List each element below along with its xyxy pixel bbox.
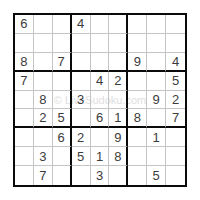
sudoku-cell-r6c6[interactable]: 1	[109, 109, 128, 128]
sudoku-cell-r5c6[interactable]	[109, 91, 128, 110]
sudoku-cell-r8c9[interactable]	[166, 147, 185, 166]
sudoku-cell-r4c9[interactable]: 5	[166, 72, 185, 91]
sudoku-cell-r8c8[interactable]	[147, 147, 166, 166]
sudoku-cell-r5c9[interactable]: 2	[166, 91, 185, 110]
sudoku-cell-r3c2[interactable]	[34, 53, 53, 72]
sudoku-cell-r1c2[interactable]	[34, 15, 53, 34]
sudoku-cell-r3c7[interactable]: 9	[128, 53, 147, 72]
sudoku-cell-r9c6[interactable]	[109, 166, 128, 185]
sudoku-cell-r6c9[interactable]: 7	[166, 109, 185, 128]
sudoku-cell-r1c5[interactable]	[91, 15, 110, 34]
sudoku-cell-r3c1[interactable]: 8	[15, 53, 34, 72]
sudoku-cell-r9c2[interactable]: 7	[34, 166, 53, 185]
sudoku-cell-r4c7[interactable]	[128, 72, 147, 91]
sudoku-cell-r2c6[interactable]	[109, 34, 128, 53]
sudoku-cell-r7c8[interactable]: 1	[147, 128, 166, 147]
sudoku-cell-r9c4[interactable]	[72, 166, 91, 185]
sudoku-cell-r5c5[interactable]	[91, 91, 110, 110]
sudoku-cell-r7c3[interactable]: 6	[53, 128, 72, 147]
sudoku-cell-r3c6[interactable]	[109, 53, 128, 72]
sudoku-cell-r9c1[interactable]	[15, 166, 34, 185]
sudoku-cell-r9c7[interactable]	[128, 166, 147, 185]
sudoku-cell-r6c5[interactable]: 6	[91, 109, 110, 128]
sudoku-cell-r8c4[interactable]: 5	[72, 147, 91, 166]
sudoku-cell-r3c9[interactable]: 4	[166, 53, 185, 72]
sudoku-cell-r6c3[interactable]: 5	[53, 109, 72, 128]
sudoku-cell-r8c5[interactable]: 1	[91, 147, 110, 166]
sudoku-cell-r2c7[interactable]	[128, 34, 147, 53]
sudoku-cell-r5c2[interactable]: 8	[34, 91, 53, 110]
sudoku-cell-r3c5[interactable]	[91, 53, 110, 72]
sudoku-cell-r2c5[interactable]	[91, 34, 110, 53]
sudoku-cell-r3c8[interactable]	[147, 53, 166, 72]
sudoku-cell-r5c3[interactable]	[53, 91, 72, 110]
sudoku-cell-r6c1[interactable]	[15, 109, 34, 128]
sudoku-cell-r9c5[interactable]: 3	[91, 166, 110, 185]
sudoku-cell-r2c9[interactable]	[166, 34, 185, 53]
sudoku-cell-r2c8[interactable]	[147, 34, 166, 53]
sudoku-cell-r1c3[interactable]	[53, 15, 72, 34]
sudoku-cell-r9c3[interactable]	[53, 166, 72, 185]
sudoku-cell-r4c2[interactable]	[34, 72, 53, 91]
sudoku-cell-r2c4[interactable]	[72, 34, 91, 53]
sudoku-cell-r8c6[interactable]: 8	[109, 147, 128, 166]
sudoku-cell-r9c9[interactable]	[166, 166, 185, 185]
sudoku-cell-r5c4[interactable]: 3	[72, 91, 91, 110]
sudoku-cell-r8c3[interactable]	[53, 147, 72, 166]
sudoku-cell-r8c2[interactable]: 3	[34, 147, 53, 166]
sudoku-page: © LiveSudoku.com 64879474258392256187629…	[0, 0, 200, 200]
sudoku-board: © LiveSudoku.com 64879474258392256187629…	[13, 13, 187, 187]
sudoku-cell-r6c7[interactable]: 8	[128, 109, 147, 128]
sudoku-cell-r7c2[interactable]	[34, 128, 53, 147]
sudoku-cell-r1c7[interactable]	[128, 15, 147, 34]
sudoku-cell-r4c8[interactable]	[147, 72, 166, 91]
sudoku-cell-r5c8[interactable]: 9	[147, 91, 166, 110]
sudoku-cell-r1c8[interactable]	[147, 15, 166, 34]
sudoku-cell-r3c3[interactable]: 7	[53, 53, 72, 72]
sudoku-cell-r1c1[interactable]: 6	[15, 15, 34, 34]
sudoku-cell-r1c6[interactable]	[109, 15, 128, 34]
sudoku-cell-r7c7[interactable]	[128, 128, 147, 147]
sudoku-cell-r1c9[interactable]	[166, 15, 185, 34]
sudoku-cell-r7c9[interactable]	[166, 128, 185, 147]
sudoku-cell-r7c1[interactable]	[15, 128, 34, 147]
sudoku-cell-r2c1[interactable]	[15, 34, 34, 53]
sudoku-cell-r3c4[interactable]	[72, 53, 91, 72]
sudoku-cell-r8c7[interactable]	[128, 147, 147, 166]
sudoku-cell-r4c3[interactable]	[53, 72, 72, 91]
sudoku-cell-r6c4[interactable]	[72, 109, 91, 128]
sudoku-cell-r9c8[interactable]: 5	[147, 166, 166, 185]
sudoku-cell-r4c5[interactable]: 4	[91, 72, 110, 91]
sudoku-cell-r8c1[interactable]	[15, 147, 34, 166]
sudoku-cell-r4c1[interactable]: 7	[15, 72, 34, 91]
sudoku-cell-r7c4[interactable]: 2	[72, 128, 91, 147]
sudoku-cell-r6c2[interactable]: 2	[34, 109, 53, 128]
sudoku-cell-r7c5[interactable]	[91, 128, 110, 147]
sudoku-cell-r5c1[interactable]	[15, 91, 34, 110]
sudoku-cell-r1c4[interactable]: 4	[72, 15, 91, 34]
sudoku-cell-r7c6[interactable]: 9	[109, 128, 128, 147]
sudoku-cell-r4c4[interactable]	[72, 72, 91, 91]
sudoku-cell-r5c7[interactable]	[128, 91, 147, 110]
sudoku-cell-r4c6[interactable]: 2	[109, 72, 128, 91]
sudoku-cell-r2c2[interactable]	[34, 34, 53, 53]
sudoku-cell-r2c3[interactable]	[53, 34, 72, 53]
sudoku-cell-r6c8[interactable]	[147, 109, 166, 128]
